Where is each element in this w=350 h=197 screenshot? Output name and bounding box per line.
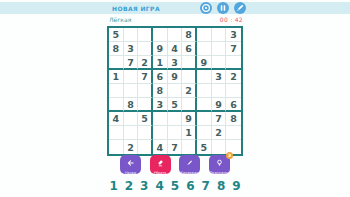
sudoku-cell-r2c7[interactable] (197, 42, 212, 56)
sudoku-cell-r1c9[interactable]: 3 (226, 28, 241, 42)
sudoku-cell-r2c2[interactable]: 3 (124, 42, 139, 56)
sudoku-cell-r1c7[interactable] (197, 28, 212, 42)
arrow-left-icon (126, 155, 135, 170)
pencil-icon (234, 2, 246, 14)
sudoku-cell-r4c1[interactable]: 1 (109, 70, 124, 84)
edit-button[interactable] (234, 2, 246, 14)
pencil-label: Карандаш (180, 171, 199, 175)
sudoku-cell-r2c8[interactable] (212, 42, 227, 56)
erase-label: Убрать (154, 171, 167, 175)
sudoku-cell-r5c6[interactable]: 2 (182, 84, 197, 98)
sudoku-cell-r7c7[interactable] (197, 112, 212, 126)
sudoku-cell-r9c5[interactable]: 7 (168, 140, 183, 154)
numpad-key-6[interactable]: 6 (186, 179, 194, 193)
sudoku-cell-r4c9[interactable]: 2 (226, 70, 241, 84)
sudoku-cell-r5c9[interactable] (226, 84, 241, 98)
sudoku-cell-r8c5[interactable] (168, 126, 183, 140)
toolbar: Назад Убрать (120, 155, 230, 174)
sudoku-cell-r4c2[interactable] (124, 70, 139, 84)
sudoku-cell-r8c3[interactable] (138, 126, 153, 140)
hint-button[interactable]: 3 Подсказка (209, 155, 230, 174)
sudoku-cell-r8c7[interactable] (197, 126, 212, 140)
pencil-icon (185, 155, 194, 170)
sudoku-cell-r4c7[interactable] (197, 70, 212, 84)
sudoku-cell-r8c8[interactable]: 2 (212, 126, 227, 140)
sudoku-cell-r4c6[interactable] (182, 70, 197, 84)
status-row: Лёгкая 00 : 42 (109, 16, 243, 23)
sudoku-cell-r9c8[interactable] (212, 140, 227, 154)
pause-icon (217, 2, 229, 14)
sudoku-cell-r3c7[interactable]: 9 (197, 56, 212, 70)
numpad-key-3[interactable]: 3 (140, 179, 148, 193)
sudoku-cell-r3c9[interactable] (226, 56, 241, 70)
sudoku-cell-r1c3[interactable] (138, 28, 153, 42)
sudoku-cell-r8c4[interactable] (153, 126, 168, 140)
lightbulb-icon (215, 155, 224, 170)
sudoku-cell-r5c2[interactable] (124, 84, 139, 98)
sudoku-cell-r1c6[interactable]: 8 (182, 28, 197, 42)
sudoku-cell-r2c9[interactable]: 7 (226, 42, 241, 56)
pause-button[interactable] (217, 2, 229, 14)
sudoku-cell-r1c8[interactable] (212, 28, 227, 42)
sudoku-cell-r7c6[interactable]: 9 (182, 112, 197, 126)
sudoku-cell-r7c5[interactable] (168, 112, 183, 126)
numpad-key-9[interactable]: 9 (232, 179, 240, 193)
undo-label: Назад (125, 171, 136, 175)
sudoku-cell-r3c2[interactable]: 7 (124, 56, 139, 70)
sudoku-cell-r7c1[interactable]: 4 (109, 112, 124, 126)
sudoku-cell-r2c3[interactable] (138, 42, 153, 56)
sudoku-app: НОВАЯ ИГРА (0, 0, 350, 197)
sudoku-cell-r4c3[interactable]: 7 (138, 70, 153, 84)
sudoku-cell-r3c5[interactable]: 3 (168, 56, 183, 70)
sudoku-cell-r7c9[interactable]: 8 (226, 112, 241, 126)
sudoku-cell-r5c8[interactable] (212, 84, 227, 98)
sudoku-cell-r9c4[interactable]: 4 (153, 140, 168, 154)
sudoku-cell-r7c2[interactable] (124, 112, 139, 126)
sudoku-cell-r8c6[interactable]: 1 (182, 126, 197, 140)
sudoku-cell-r6c2[interactable]: 8 (124, 98, 139, 112)
sudoku-cell-r6c7[interactable] (197, 98, 212, 112)
numpad-key-2[interactable]: 2 (125, 179, 133, 193)
page-title: НОВАЯ ИГРА (112, 5, 160, 12)
sudoku-cell-r4c4[interactable]: 6 (153, 70, 168, 84)
timer: 00 : 42 (220, 16, 243, 23)
sudoku-cell-r1c5[interactable] (168, 28, 183, 42)
sudoku-cell-r3c1[interactable] (109, 56, 124, 70)
number-pad: 123456789 (0, 179, 350, 193)
sudoku-cell-r7c8[interactable]: 7 (212, 112, 227, 126)
sudoku-cell-r3c6[interactable] (182, 56, 197, 70)
sudoku-cell-r4c8[interactable]: 3 (212, 70, 227, 84)
sudoku-cell-r2c6[interactable]: 6 (182, 42, 197, 56)
numpad-key-7[interactable]: 7 (202, 179, 210, 193)
sudoku-cell-r9c6[interactable] (182, 140, 197, 154)
sudoku-cell-r2c4[interactable]: 9 (153, 42, 168, 56)
undo-button[interactable]: Назад (120, 155, 141, 174)
sudoku-cell-r8c2[interactable] (124, 126, 139, 140)
pencil-button[interactable]: Карандаш (179, 155, 200, 174)
sudoku-cell-r6c3[interactable] (138, 98, 153, 112)
sudoku-cell-r6c6[interactable] (182, 98, 197, 112)
sudoku-cell-r7c3[interactable]: 5 (138, 112, 153, 126)
sudoku-cell-r1c4[interactable] (153, 28, 168, 42)
sudoku-cell-r9c1[interactable] (109, 140, 124, 154)
sudoku-cell-r3c3[interactable]: 2 (138, 56, 153, 70)
sudoku-cell-r4c5[interactable]: 9 (168, 70, 183, 84)
circle-dot-icon (200, 2, 212, 14)
sudoku-cell-r8c9[interactable] (226, 126, 241, 140)
sudoku-cell-r3c4[interactable]: 1 (153, 56, 168, 70)
sudoku-cell-r6c5[interactable]: 5 (168, 98, 183, 112)
sudoku-cell-r6c9[interactable]: 6 (226, 98, 241, 112)
numpad-key-4[interactable]: 4 (155, 179, 163, 193)
sudoku-cell-r2c1[interactable]: 8 (109, 42, 124, 56)
hint-count-badge: 3 (226, 152, 233, 159)
sudoku-cell-r9c3[interactable] (138, 140, 153, 154)
sudoku-board: 58383946772139176932828359645978122475 (107, 26, 243, 156)
sudoku-cell-r9c7[interactable]: 5 (197, 140, 212, 154)
sudoku-cell-r6c1[interactable] (109, 98, 124, 112)
sudoku-cell-r6c8[interactable]: 9 (212, 98, 227, 112)
restart-button[interactable] (200, 2, 212, 14)
sudoku-cell-r5c4[interactable]: 8 (153, 84, 168, 98)
erase-button[interactable]: Убрать (150, 155, 171, 174)
top-buttons (200, 2, 246, 14)
sudoku-cell-r5c5[interactable] (168, 84, 183, 98)
numpad-key-1[interactable]: 1 (109, 179, 117, 193)
eraser-icon (156, 155, 165, 170)
sudoku-cell-r9c2[interactable]: 2 (124, 140, 139, 154)
sudoku-cell-r5c1[interactable] (109, 84, 124, 98)
sudoku-cell-r1c1[interactable]: 5 (109, 28, 124, 42)
sudoku-cell-r1c2[interactable] (124, 28, 139, 42)
sudoku-cell-r5c7[interactable] (197, 84, 212, 98)
top-bar: НОВАЯ ИГРА (0, 2, 350, 14)
numpad-key-5[interactable]: 5 (171, 179, 179, 193)
sudoku-cell-r7c4[interactable] (153, 112, 168, 126)
difficulty-label: Лёгкая (109, 16, 131, 23)
numpad-key-8[interactable]: 8 (217, 179, 225, 193)
sudoku-cell-r3c8[interactable] (212, 56, 227, 70)
sudoku-cell-r6c4[interactable]: 3 (153, 98, 168, 112)
sudoku-cell-r5c3[interactable] (138, 84, 153, 98)
hint-label: Подсказка (210, 171, 230, 175)
sudoku-cell-r2c5[interactable]: 4 (168, 42, 183, 56)
sudoku-cell-r8c1[interactable] (109, 126, 124, 140)
